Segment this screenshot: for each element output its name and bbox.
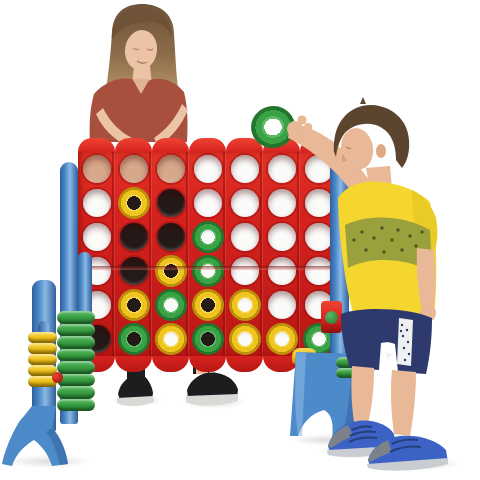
hole [194,189,222,217]
woman-shirt [90,79,188,142]
left-a-frame-foot [2,406,78,472]
right-leg-red-bracket [321,301,342,333]
scallop-bump [115,138,152,152]
hole [120,155,148,183]
hole [120,257,148,285]
woman-vneck [133,79,149,95]
cell-r2c6[interactable] [263,186,300,220]
hole [305,223,333,251]
scallop-bump [78,138,115,152]
cell-r1c1[interactable] [78,152,115,186]
cell-r2c2[interactable] [115,186,152,220]
hole [83,189,111,217]
yellow-ring [118,289,150,321]
hole [231,223,259,251]
cell-r3c5[interactable] [226,220,263,254]
cell-r4c5[interactable] [226,254,263,288]
spare-green-ring [57,336,95,349]
shadow-woman-left-shoe [112,394,162,407]
cell-r4c4[interactable] [189,254,226,288]
hole [157,155,185,183]
boy-finger-1 [298,116,307,125]
cell-r3c2[interactable] [115,220,152,254]
hole [268,257,296,285]
spare-green-ring [57,349,95,362]
boy-neck [366,166,392,190]
scallop-bump [189,356,226,372]
board-top-scallops [78,138,337,152]
cell-r5c4[interactable] [189,288,226,322]
cell-r1c4[interactable] [189,152,226,186]
cell-r1c3[interactable] [152,152,189,186]
hole [268,189,296,217]
hole [268,155,296,183]
cell-r3c4[interactable] [189,220,226,254]
cell-r4c2[interactable] [115,254,152,288]
woman-eye-right [147,49,153,50]
hole [231,189,259,217]
hole [305,257,333,285]
boy-shirt-graphic-speckles [352,226,423,253]
cell-r2c1[interactable] [78,186,115,220]
boy-finger-2 [304,123,312,131]
hole [231,155,259,183]
hole [305,155,333,183]
scallop-bump [226,356,263,372]
cell-r4c6[interactable] [263,254,300,288]
hole [268,223,296,251]
green-ring [192,221,224,253]
shadow-woman-right-shoe [182,396,246,409]
spare-green-ring [57,386,95,399]
board-middle-seam [78,266,337,270]
cell-r6c2[interactable] [115,322,152,356]
boy-left-forearm [417,248,436,306]
product-photo-scene [0,0,480,480]
scallop-bump [300,138,337,152]
cell-r1c5[interactable] [226,152,263,186]
hole [194,155,222,183]
hole [157,189,185,217]
boy-shorts-side-panel [397,318,413,366]
scallop-bump [152,138,189,152]
hole [305,189,333,217]
green-ring [192,255,224,287]
hole [83,223,111,251]
yellow-ring [118,187,150,219]
boy-shirt-graphic-band [345,218,432,272]
boy-ear [376,144,386,158]
cell-r2c4[interactable] [189,186,226,220]
spare-green-ring [57,361,95,374]
cell-r6c4[interactable] [189,322,226,356]
woman-hair-front [112,8,172,40]
boy-left-hand [420,304,436,322]
boy-shorts-panel-dots [400,324,410,361]
cell-r3c3[interactable] [152,220,189,254]
cell-r5c5[interactable] [226,288,263,322]
spare-yellow-ring [28,343,57,354]
spare-green-ring [57,311,95,324]
boy-shorts-logo [386,352,392,360]
green-ring [192,323,224,355]
yellow-ring [192,289,224,321]
cell-r3c1[interactable] [78,220,115,254]
spare-green-ring [57,399,95,412]
boy-left-calf [391,370,416,436]
shadow-boy-back-shoe [366,456,462,471]
cell-r6c3[interactable] [152,322,189,356]
cell-r5c6[interactable] [263,288,300,322]
yellow-ring [229,323,261,355]
cell-r1c2[interactable] [115,152,152,186]
cell-r2c5[interactable] [226,186,263,220]
scallop-bump [152,356,189,372]
woman-face [122,28,159,72]
spare-yellow-ring [28,354,57,365]
board-grid [78,152,337,356]
cell-r5c2[interactable] [115,288,152,322]
cell-r5c3[interactable] [152,288,189,322]
left-green-ring-stack[interactable] [57,311,95,411]
yellow-ring [155,323,187,355]
right-green-ring-stack[interactable] [336,357,363,378]
cell-r6c5[interactable] [226,322,263,356]
hole [157,223,185,251]
yellow-ring [229,289,261,321]
cell-r4c3[interactable] [152,254,189,288]
woman-neck [132,66,152,84]
green-ring [155,289,187,321]
boy-hair-tuft [360,97,366,104]
spare-green-ring [57,324,95,337]
connect-four-board [78,138,337,372]
hole [83,155,111,183]
boy-left-sleeve [412,190,437,250]
yellow-ring [155,255,187,287]
spare-green-ring [336,357,363,368]
spare-yellow-ring [28,332,57,343]
left-leg-red-knob [52,372,63,383]
boy-shirt [338,182,436,320]
hole [120,223,148,251]
scallop-bump [189,138,226,152]
hole [268,291,296,319]
woman-eye-left [133,48,139,50]
green-ring [118,323,150,355]
cell-r3c6[interactable] [263,220,300,254]
woman-hair [102,4,182,111]
cell-r2c3[interactable] [152,186,189,220]
woman-smile [137,61,147,63]
cell-r1c6[interactable] [263,152,300,186]
boy-eye [346,147,351,148]
scallop-bump [115,356,152,372]
green-bolt-cap [325,311,338,324]
hole [231,257,259,285]
spare-green-ring [336,368,363,379]
